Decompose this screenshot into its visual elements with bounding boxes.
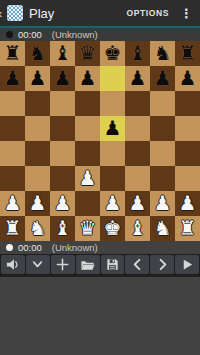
square-h3[interactable] <box>175 166 200 191</box>
white-pawn: ♟ <box>104 191 122 216</box>
square-d5[interactable] <box>75 116 100 141</box>
volume-button[interactable] <box>1 255 25 274</box>
white-disc-icon <box>6 244 13 251</box>
square-g6[interactable] <box>150 91 175 116</box>
square-c5[interactable] <box>50 116 75 141</box>
square-b4[interactable] <box>25 141 50 166</box>
white-pawn: ♟ <box>179 191 197 216</box>
top-bar: ‹ Play OPTIONS ⋮ <box>0 0 200 26</box>
black-knight: ♞ <box>154 41 172 66</box>
white-knight: ♞ <box>154 216 172 241</box>
square-f4[interactable] <box>125 141 150 166</box>
square-a5[interactable] <box>0 116 25 141</box>
options-button[interactable]: OPTIONS <box>121 4 175 22</box>
collapse-icon <box>30 257 45 272</box>
play-forward-button[interactable] <box>175 255 199 274</box>
square-f5[interactable] <box>125 116 150 141</box>
square-b7[interactable]: ♟ <box>25 66 50 91</box>
add-button[interactable] <box>51 255 75 274</box>
square-g3[interactable] <box>150 166 175 191</box>
black-pawn: ♟ <box>154 66 172 91</box>
white-clock: 00:00 <box>18 242 42 253</box>
black-rook: ♜ <box>4 41 22 66</box>
open-file-button[interactable] <box>76 255 100 274</box>
empty-area <box>0 277 200 355</box>
square-e5[interactable]: ♟ <box>100 116 125 141</box>
square-f7[interactable]: ♟ <box>125 66 150 91</box>
square-e2[interactable]: ♟ <box>100 191 125 216</box>
square-e8[interactable]: ♚ <box>100 41 125 66</box>
square-h5[interactable] <box>175 116 200 141</box>
overflow-menu-icon[interactable]: ⋮ <box>175 5 200 22</box>
square-h8[interactable]: ♜ <box>175 41 200 66</box>
square-b8[interactable]: ♞ <box>25 41 50 66</box>
square-e3[interactable] <box>100 166 125 191</box>
black-bishop: ♝ <box>129 41 147 66</box>
square-g8[interactable]: ♞ <box>150 41 175 66</box>
black-pawn: ♟ <box>104 116 122 141</box>
square-h1[interactable]: ♜ <box>175 216 200 241</box>
square-g5[interactable] <box>150 116 175 141</box>
square-e1[interactable]: ♚ <box>100 216 125 241</box>
black-pawn: ♟ <box>29 66 47 91</box>
square-d4[interactable] <box>75 141 100 166</box>
white-bishop: ♝ <box>129 216 147 241</box>
next-move-icon <box>155 257 170 272</box>
white-pawn: ♟ <box>4 191 22 216</box>
square-a4[interactable] <box>0 141 25 166</box>
square-a7[interactable]: ♟ <box>0 66 25 91</box>
black-pawn: ♟ <box>54 66 72 91</box>
square-g7[interactable]: ♟ <box>150 66 175 91</box>
square-a2[interactable]: ♟ <box>0 191 25 216</box>
square-d2[interactable] <box>75 191 100 216</box>
black-clock: 00:00 <box>18 29 42 40</box>
square-d3[interactable]: ♟ <box>75 166 100 191</box>
square-d8[interactable]: ♛ <box>75 41 100 66</box>
black-king: ♚ <box>104 41 122 66</box>
square-d1[interactable]: ♛ <box>75 216 100 241</box>
square-h4[interactable] <box>175 141 200 166</box>
square-f6[interactable] <box>125 91 150 116</box>
collapse-button[interactable] <box>26 255 50 274</box>
square-h2[interactable]: ♟ <box>175 191 200 216</box>
square-b6[interactable] <box>25 91 50 116</box>
square-d7[interactable]: ♟ <box>75 66 100 91</box>
square-g1[interactable]: ♞ <box>150 216 175 241</box>
toolbar <box>0 254 200 277</box>
black-player-name: (Unknown) <box>52 29 98 40</box>
page-title: Play <box>29 6 54 21</box>
white-rook: ♜ <box>179 216 197 241</box>
black-bishop: ♝ <box>54 41 72 66</box>
square-e6[interactable] <box>100 91 125 116</box>
black-pawn: ♟ <box>179 66 197 91</box>
play-forward-icon <box>180 257 195 272</box>
app-screen: ‹ Play OPTIONS ⋮ 00:00 (Unknown) ♜♞♝♛♚♝♞… <box>0 0 200 355</box>
add-icon <box>55 257 70 272</box>
square-f3[interactable] <box>125 166 150 191</box>
white-pawn: ♟ <box>29 191 47 216</box>
square-a3[interactable] <box>0 166 25 191</box>
next-move-button[interactable] <box>150 255 174 274</box>
white-pawn: ♟ <box>79 166 97 191</box>
square-c1[interactable]: ♝ <box>50 216 75 241</box>
square-c3[interactable] <box>50 166 75 191</box>
black-queen: ♛ <box>79 41 97 66</box>
white-pawn: ♟ <box>154 191 172 216</box>
square-g2[interactable]: ♟ <box>150 191 175 216</box>
square-b5[interactable] <box>25 116 50 141</box>
white-rook: ♜ <box>4 216 22 241</box>
black-pawn: ♟ <box>4 66 22 91</box>
open-folder-icon <box>80 257 95 272</box>
black-knight: ♞ <box>29 41 47 66</box>
square-a1[interactable]: ♜ <box>0 216 25 241</box>
white-player-bar: 00:00 (Unknown) <box>0 241 200 254</box>
square-f2[interactable]: ♟ <box>125 191 150 216</box>
square-b2[interactable]: ♟ <box>25 191 50 216</box>
square-b3[interactable] <box>25 166 50 191</box>
white-bishop: ♝ <box>54 216 72 241</box>
square-e7[interactable] <box>100 66 125 91</box>
white-king: ♚ <box>104 216 122 241</box>
square-c7[interactable]: ♟ <box>50 66 75 91</box>
square-h7[interactable]: ♟ <box>175 66 200 91</box>
white-pawn: ♟ <box>129 191 147 216</box>
square-e4[interactable] <box>100 141 125 166</box>
white-pawn: ♟ <box>54 191 72 216</box>
square-a6[interactable] <box>0 91 25 116</box>
black-player-bar: 00:00 (Unknown) <box>0 28 200 41</box>
white-knight: ♞ <box>29 216 47 241</box>
black-pawn: ♟ <box>129 66 147 91</box>
square-g4[interactable] <box>150 141 175 166</box>
black-pawn: ♟ <box>79 66 97 91</box>
square-c2[interactable]: ♟ <box>50 191 75 216</box>
square-f1[interactable]: ♝ <box>125 216 150 241</box>
square-c6[interactable] <box>50 91 75 116</box>
save-button[interactable] <box>101 255 125 274</box>
square-c8[interactable]: ♝ <box>50 41 75 66</box>
chess-board[interactable]: ♜♞♝♛♚♝♞♜♟♟♟♟♟♟♟♟♟♟♟♟♟♟♟♟♜♞♝♛♚♝♞♜ <box>0 41 200 241</box>
square-d6[interactable] <box>75 91 100 116</box>
previous-move-button[interactable] <box>125 255 149 274</box>
square-a8[interactable]: ♜ <box>0 41 25 66</box>
white-queen: ♛ <box>79 216 97 241</box>
volume-icon <box>5 257 20 272</box>
app-logo-icon <box>7 5 23 21</box>
previous-move-icon <box>130 257 145 272</box>
square-b1[interactable]: ♞ <box>25 216 50 241</box>
square-h6[interactable] <box>175 91 200 116</box>
back-icon[interactable]: ‹ <box>0 6 4 21</box>
white-player-name: (Unknown) <box>52 242 98 253</box>
black-rook: ♜ <box>179 41 197 66</box>
save-icon <box>105 257 120 272</box>
black-disc-icon <box>6 31 13 38</box>
square-c4[interactable] <box>50 141 75 166</box>
square-f8[interactable]: ♝ <box>125 41 150 66</box>
